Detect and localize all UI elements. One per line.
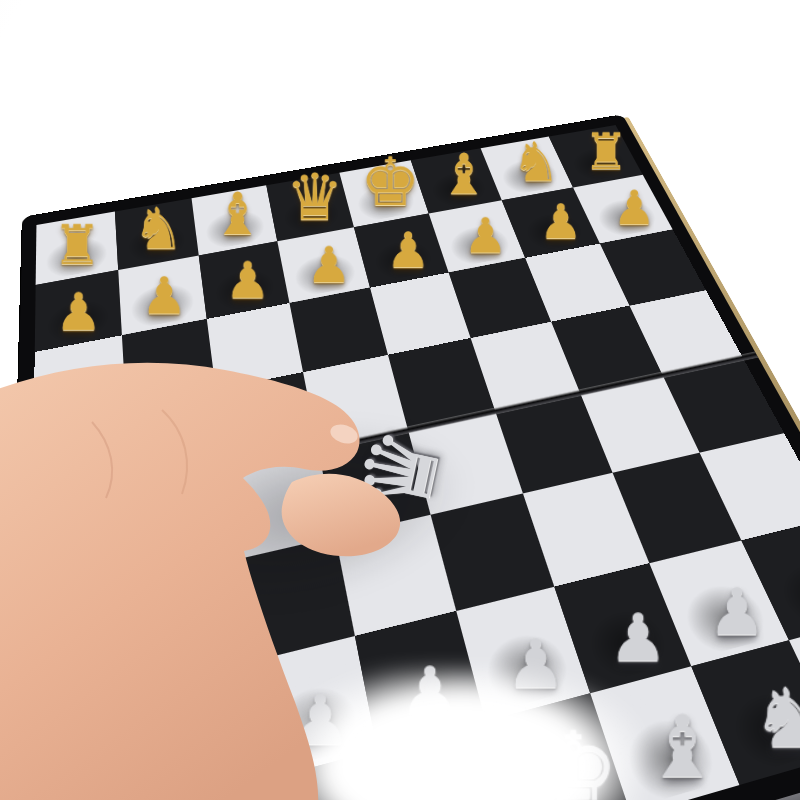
square-b6[interactable]	[122, 319, 216, 408]
square-c7[interactable]: ♟	[199, 241, 290, 319]
piece-black-pawn-e7[interactable]: ♟	[368, 226, 448, 276]
piece-black-bishop-c8[interactable]: ♝	[198, 185, 276, 244]
piece-white-knight-g1[interactable]: ♞	[731, 678, 800, 760]
piece-black-knight-b8[interactable]: ♞	[119, 200, 198, 257]
piece-black-pawn-a7[interactable]: ♟	[36, 286, 121, 338]
piece-black-rook-h8[interactable]: ♜	[569, 127, 643, 177]
product-photo-stage: ♜♞♝♛♚♝♞♜♟♟♟♟♟♟♟♟♟♟♟♟♟♟♟♟♜♞♝♚♝♞♜ ♛	[0, 0, 800, 800]
piece-white-bishop-f1[interactable]: ♝	[624, 704, 740, 790]
piece-white-pawn-a2[interactable]: ♟	[30, 744, 147, 800]
piece-black-pawn-h7[interactable]: ♟	[595, 184, 672, 232]
piece-black-bishop-f8[interactable]: ♝	[426, 146, 502, 202]
square-a2[interactable]: ♟	[28, 689, 149, 800]
piece-black-pawn-c7[interactable]: ♟	[206, 255, 289, 306]
piece-black-pawn-d7[interactable]: ♟	[288, 240, 369, 290]
piece-black-rook-a8[interactable]: ♜	[37, 218, 117, 273]
piece-black-pawn-g7[interactable]: ♟	[521, 198, 599, 246]
square-a5[interactable]	[33, 408, 131, 511]
piece-black-knight-g8[interactable]: ♞	[498, 135, 573, 189]
piece-white-pawn-b2[interactable]: ♟	[149, 714, 264, 785]
piece-white-pawn-g2[interactable]: ♟	[684, 580, 790, 645]
held-piece-white-queen[interactable]: ♛	[324, 394, 478, 548]
piece-black-pawn-b7[interactable]: ♟	[122, 270, 206, 321]
square-a3[interactable]	[30, 583, 142, 717]
piece-black-king-e8[interactable]: ♚	[352, 149, 428, 216]
piece-black-pawn-f7[interactable]: ♟	[446, 211, 525, 260]
piece-white-pawn-f2[interactable]: ♟	[584, 605, 691, 671]
background-glare	[280, 668, 640, 800]
square-c8[interactable]: ♝	[192, 185, 278, 255]
piece-black-queen-d8[interactable]: ♛	[276, 165, 353, 230]
